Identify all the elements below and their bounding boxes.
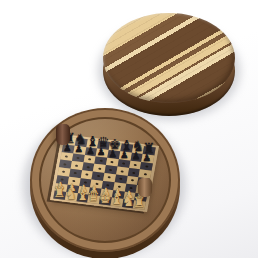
peg-hole [88, 158, 91, 160]
peg-hole [111, 161, 114, 163]
peg-hole [145, 165, 148, 167]
box-lid[interactable] [103, 13, 235, 116]
storage-peg-right[interactable] [138, 178, 152, 197]
peg-hole [76, 157, 79, 159]
peg-hole [75, 164, 78, 166]
peg-hole [119, 178, 122, 180]
peg-hole [121, 170, 124, 172]
black-pawn-e7[interactable]: ♟ [107, 148, 119, 158]
travel-chess-set-photo: ♜♞♝♛♚♝♞♜♟♟♟♟♟♟♟♟♟♟♟♟♟♟♟♟♜♞♝♛♚♝♞♜ [0, 0, 258, 258]
peg-hole [64, 163, 67, 165]
black-pawn-b7[interactable]: ♟ [73, 144, 85, 154]
black-pawn-c7[interactable]: ♟ [84, 145, 96, 155]
black-pawn-f7[interactable]: ♟ [119, 150, 131, 160]
black-pawn-g7[interactable]: ♟ [130, 151, 142, 161]
storage-peg-left[interactable] [56, 124, 70, 145]
peg-hole [122, 162, 125, 164]
white-bishop-f1[interactable]: ♝ [110, 192, 122, 206]
storage-peg-right-top [138, 176, 152, 183]
white-bishop-c1[interactable]: ♝ [76, 188, 88, 202]
white-king-e1[interactable]: ♚ [99, 191, 111, 205]
peg-hole [133, 164, 136, 166]
peg-hole [96, 175, 99, 177]
peg-hole [131, 179, 134, 181]
square-h1[interactable]: ♜ [133, 200, 146, 209]
white-queen-d1[interactable]: ♛ [87, 189, 99, 203]
peg-hole [108, 176, 111, 178]
white-rook-a1[interactable]: ♜ [53, 185, 65, 199]
peg-hole [99, 159, 102, 161]
white-knight-g1[interactable]: ♞ [121, 194, 133, 208]
black-pawn-h7[interactable]: ♟ [141, 152, 153, 162]
peg-hole [143, 173, 146, 175]
chess-board: ♜♞♝♛♚♝♞♜♟♟♟♟♟♟♟♟♟♟♟♟♟♟♟♟♜♞♝♛♚♝♞♜ [50, 134, 159, 212]
black-pawn-d7[interactable]: ♟ [96, 147, 108, 157]
peg-hole [86, 166, 89, 168]
peg-hole [85, 174, 88, 176]
white-rook-h1[interactable]: ♜ [133, 195, 145, 209]
peg-hole [109, 169, 112, 171]
peg-hole [65, 155, 68, 157]
peg-hole [98, 167, 101, 169]
peg-hole [62, 171, 65, 173]
peg-hole [74, 172, 77, 174]
white-knight-b1[interactable]: ♞ [64, 186, 76, 200]
peg-hole [132, 171, 135, 173]
box-lid-striped-face [103, 13, 235, 103]
square-h7[interactable]: ♟ [142, 154, 155, 163]
storage-peg-left-top [56, 122, 70, 129]
